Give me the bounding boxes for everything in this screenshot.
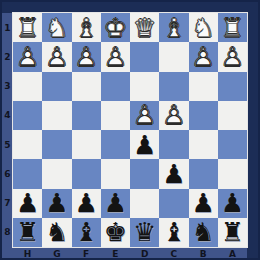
black-rook-h8-piece[interactable]: ♜: [13, 218, 42, 247]
square-d2[interactable]: [130, 42, 159, 71]
white-pawn-a2-piece[interactable]: ♟♙: [218, 42, 247, 71]
white-pawn-outline-icon: ♙: [159, 101, 188, 130]
file-label-a: A: [218, 247, 247, 260]
square-e2[interactable]: ♟♙: [101, 42, 130, 71]
square-g2[interactable]: ♟♙: [42, 42, 71, 71]
square-d3[interactable]: [130, 72, 159, 101]
square-b2[interactable]: ♟♙: [189, 42, 218, 71]
white-pawn-outline-icon: ♙: [101, 42, 130, 71]
white-bishop-c1-piece[interactable]: ♝♗: [159, 13, 188, 42]
white-knight-outline-icon: ♘: [189, 13, 218, 42]
black-pawn-h7-piece[interactable]: ♟: [13, 189, 42, 218]
square-h5[interactable]: [13, 130, 42, 159]
black-knight-g8-piece[interactable]: ♞: [42, 218, 71, 247]
square-f8[interactable]: ♝: [72, 218, 101, 247]
square-e6[interactable]: [101, 159, 130, 188]
square-g4[interactable]: [42, 101, 71, 130]
white-pawn-outline-icon: ♙: [42, 42, 71, 71]
white-pawn-outline-icon: ♙: [218, 42, 247, 71]
rank-labels: 12345678: [2, 13, 13, 247]
black-bishop-icon: ♝: [159, 218, 188, 247]
square-d7[interactable]: [130, 189, 159, 218]
square-h4[interactable]: [13, 101, 42, 130]
black-bishop-icon: ♝: [72, 218, 101, 247]
white-bishop-outline-icon: ♗: [72, 13, 101, 42]
white-rook-h1-piece[interactable]: ♜♖: [13, 13, 42, 42]
black-pawn-d5-piece[interactable]: ♟: [130, 130, 159, 159]
square-e4[interactable]: [101, 101, 130, 130]
file-labels: HGFEDCBA: [13, 247, 247, 260]
square-h8[interactable]: ♜: [13, 218, 42, 247]
square-g8[interactable]: ♞: [42, 218, 71, 247]
white-king-outline-icon: ♔: [101, 13, 130, 42]
square-d8[interactable]: ♛: [130, 218, 159, 247]
black-pawn-f7-piece[interactable]: ♟: [72, 189, 101, 218]
black-knight-icon: ♞: [189, 218, 218, 247]
rank-label-5: 5: [2, 130, 13, 159]
square-h2[interactable]: ♟♙: [13, 42, 42, 71]
square-b6[interactable]: [189, 159, 218, 188]
black-rook-a8-piece[interactable]: ♜: [218, 218, 247, 247]
rank-label-4: 4: [2, 101, 13, 130]
square-h3[interactable]: [13, 72, 42, 101]
square-a3[interactable]: [218, 72, 247, 101]
white-pawn-outline-icon: ♙: [130, 101, 159, 130]
square-c4[interactable]: ♟♙: [159, 101, 188, 130]
square-c7[interactable]: [159, 189, 188, 218]
square-g6[interactable]: [42, 159, 71, 188]
white-rook-outline-icon: ♖: [218, 13, 247, 42]
rank-label-2: 2: [2, 42, 13, 71]
square-b7[interactable]: ♟: [189, 189, 218, 218]
black-king-e8-piece[interactable]: ♚: [101, 218, 130, 247]
black-pawn-icon: ♟: [130, 130, 159, 159]
black-bishop-c8-piece[interactable]: ♝: [159, 218, 188, 247]
square-h1[interactable]: ♜♖: [13, 13, 42, 42]
white-pawn-c4-piece[interactable]: ♟♙: [159, 101, 188, 130]
square-a6[interactable]: [218, 159, 247, 188]
white-pawn-g2-piece[interactable]: ♟♙: [42, 42, 71, 71]
white-pawn-h2-piece[interactable]: ♟♙: [13, 42, 42, 71]
white-pawn-e2-piece[interactable]: ♟♙: [101, 42, 130, 71]
white-pawn-outline-icon: ♙: [72, 42, 101, 71]
file-label-b: B: [189, 247, 218, 260]
square-c5[interactable]: [159, 130, 188, 159]
square-f2[interactable]: ♟♙: [72, 42, 101, 71]
square-a1[interactable]: ♜♖: [218, 13, 247, 42]
black-knight-b8-piece[interactable]: ♞: [189, 218, 218, 247]
black-rook-icon: ♜: [218, 218, 247, 247]
square-h7[interactable]: ♟: [13, 189, 42, 218]
square-h6[interactable]: [13, 159, 42, 188]
black-pawn-g7-piece[interactable]: ♟: [42, 189, 71, 218]
rank-label-6: 6: [2, 159, 13, 188]
square-e8[interactable]: ♚: [101, 218, 130, 247]
square-g5[interactable]: [42, 130, 71, 159]
black-pawn-icon: ♟: [42, 189, 71, 218]
square-e5[interactable]: [101, 130, 130, 159]
white-knight-g1-piece[interactable]: ♞♘: [42, 13, 71, 42]
square-f3[interactable]: [72, 72, 101, 101]
file-label-f: F: [72, 247, 101, 260]
square-a8[interactable]: ♜: [218, 218, 247, 247]
white-knight-b1-piece[interactable]: ♞♘: [189, 13, 218, 42]
square-b8[interactable]: ♞: [189, 218, 218, 247]
square-c6[interactable]: ♟: [159, 159, 188, 188]
file-label-d: D: [130, 247, 159, 260]
white-queen-d1-piece[interactable]: ♛♕: [130, 13, 159, 42]
white-pawn-f2-piece[interactable]: ♟♙: [72, 42, 101, 71]
square-g7[interactable]: ♟: [42, 189, 71, 218]
square-b1[interactable]: ♞♘: [189, 13, 218, 42]
black-queen-icon: ♛: [130, 218, 159, 247]
black-pawn-a7-piece[interactable]: ♟: [218, 189, 247, 218]
square-g1[interactable]: ♞♘: [42, 13, 71, 42]
square-a7[interactable]: ♟: [218, 189, 247, 218]
white-rook-outline-icon: ♖: [13, 13, 42, 42]
white-pawn-b2-piece[interactable]: ♟♙: [189, 42, 218, 71]
square-c8[interactable]: ♝: [159, 218, 188, 247]
square-f1[interactable]: ♝♗: [72, 13, 101, 42]
black-pawn-c6-piece[interactable]: ♟: [159, 159, 188, 188]
square-e7[interactable]: ♟: [101, 189, 130, 218]
black-queen-d8-piece[interactable]: ♛: [130, 218, 159, 247]
square-d6[interactable]: [130, 159, 159, 188]
square-f7[interactable]: ♟: [72, 189, 101, 218]
white-pawn-d4-piece[interactable]: ♟♙: [130, 101, 159, 130]
square-c1[interactable]: ♝♗: [159, 13, 188, 42]
square-c3[interactable]: [159, 72, 188, 101]
square-b3[interactable]: [189, 72, 218, 101]
white-pawn-outline-icon: ♙: [189, 42, 218, 71]
black-pawn-icon: ♟: [72, 189, 101, 218]
square-c2[interactable]: [159, 42, 188, 71]
file-label-g: G: [42, 247, 71, 260]
rank-label-3: 3: [2, 72, 13, 101]
chessboard-widget: 12345678 HGFEDCBA ♜♖♞♘♝♗♚♔♛♕♝♗♞♘♜♖♟♙♟♙♟♙…: [0, 0, 260, 260]
chess-board: ♜♖♞♘♝♗♚♔♛♕♝♗♞♘♜♖♟♙♟♙♟♙♟♙♟♙♟♙♟♙♟♙♟♟♟♟♟♟♟♟…: [13, 13, 247, 247]
square-a4[interactable]: [218, 101, 247, 130]
black-pawn-icon: ♟: [13, 189, 42, 218]
square-b4[interactable]: [189, 101, 218, 130]
square-f4[interactable]: [72, 101, 101, 130]
black-rook-icon: ♜: [13, 218, 42, 247]
square-a5[interactable]: [218, 130, 247, 159]
white-king-e1-piece[interactable]: ♚♔: [101, 13, 130, 42]
white-bishop-f1-piece[interactable]: ♝♗: [72, 13, 101, 42]
rank-label-1: 1: [2, 13, 13, 42]
file-label-e: E: [101, 247, 130, 260]
square-f6[interactable]: [72, 159, 101, 188]
white-queen-outline-icon: ♕: [130, 13, 159, 42]
black-pawn-e7-piece[interactable]: ♟: [101, 189, 130, 218]
white-pawn-outline-icon: ♙: [13, 42, 42, 71]
rank-label-7: 7: [2, 189, 13, 218]
square-d4[interactable]: ♟♙: [130, 101, 159, 130]
black-pawn-icon: ♟: [159, 159, 188, 188]
black-pawn-icon: ♟: [218, 189, 247, 218]
square-d1[interactable]: ♛♕: [130, 13, 159, 42]
square-g3[interactable]: [42, 72, 71, 101]
black-bishop-f8-piece[interactable]: ♝: [72, 218, 101, 247]
white-rook-a1-piece[interactable]: ♜♖: [218, 13, 247, 42]
black-pawn-icon: ♟: [101, 189, 130, 218]
white-knight-outline-icon: ♘: [42, 13, 71, 42]
board-frame-corner: [2, 247, 13, 260]
white-bishop-outline-icon: ♗: [159, 13, 188, 42]
square-a2[interactable]: ♟♙: [218, 42, 247, 71]
black-knight-icon: ♞: [42, 218, 71, 247]
file-label-c: C: [159, 247, 188, 260]
square-e3[interactable]: [101, 72, 130, 101]
rank-label-8: 8: [2, 218, 13, 247]
black-pawn-b7-piece[interactable]: ♟: [189, 189, 218, 218]
black-pawn-icon: ♟: [189, 189, 218, 218]
square-b5[interactable]: [189, 130, 218, 159]
square-d5[interactable]: ♟: [130, 130, 159, 159]
square-f5[interactable]: [72, 130, 101, 159]
black-king-icon: ♚: [101, 218, 130, 247]
square-e1[interactable]: ♚♔: [101, 13, 130, 42]
file-label-h: H: [13, 247, 42, 260]
